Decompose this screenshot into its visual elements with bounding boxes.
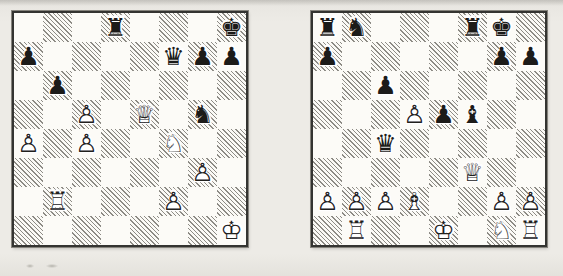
black-pawn-icon: ♟♟: [429, 100, 458, 129]
square-f7: ♛♛: [159, 42, 188, 71]
white-pawn-icon: ♟♙: [188, 158, 217, 187]
black-king-icon: ♚♚: [217, 13, 246, 42]
square-g8: [188, 13, 217, 42]
square-e8: [429, 13, 458, 42]
square-d4: [101, 129, 130, 158]
white-king-icon: ♚♔: [429, 216, 458, 245]
black-rook-icon: ♜♜: [458, 13, 487, 42]
square-a3: [14, 158, 43, 187]
square-c7: [371, 42, 400, 71]
square-e2: [429, 187, 458, 216]
black-pawn-icon: ♟♟: [516, 42, 545, 71]
page-top-shadow: [0, 0, 563, 6]
black-king-icon: ♚♚: [487, 13, 516, 42]
black-pawn-icon: ♟♟: [14, 42, 43, 71]
square-g7: ♟♟: [188, 42, 217, 71]
square-h2: [217, 187, 246, 216]
scan-artifact: [22, 261, 68, 270]
square-c5: ♟♙: [72, 100, 101, 129]
square-a5: [313, 100, 342, 129]
square-f4: ♞♘: [159, 129, 188, 158]
square-h5: [516, 100, 545, 129]
square-h7: ♟♟: [516, 42, 545, 71]
white-pawn-icon: ♟♙: [342, 187, 371, 216]
black-knight-icon: ♞♞: [342, 13, 371, 42]
square-h4: [516, 129, 545, 158]
square-f3: [159, 158, 188, 187]
square-b6: [342, 71, 371, 100]
square-b4: [342, 129, 371, 158]
square-e3: [130, 158, 159, 187]
square-g8: ♚♚: [487, 13, 516, 42]
square-h8: [516, 13, 545, 42]
square-f2: [458, 187, 487, 216]
chess-board-right: ♜♜♞♞♜♜♚♚♟♟♟♟♟♟♟♟♟♙♟♟♝♝♛♛♛♕♟♙♟♙♟♙♝♗♟♙♟♙♜♖…: [311, 11, 547, 247]
square-d5: [101, 100, 130, 129]
white-pawn-icon: ♟♙: [487, 187, 516, 216]
square-h1: ♜♖: [516, 216, 545, 245]
square-e3: [429, 158, 458, 187]
square-f5: [159, 100, 188, 129]
square-h3: [217, 158, 246, 187]
square-g1: [188, 216, 217, 245]
square-c4: ♟♙: [72, 129, 101, 158]
square-f2: ♟♙: [159, 187, 188, 216]
white-pawn-icon: ♟♙: [72, 129, 101, 158]
square-d4: [400, 129, 429, 158]
square-h7: ♟♟: [217, 42, 246, 71]
square-h6: [516, 71, 545, 100]
square-e6: [130, 71, 159, 100]
black-rook-icon: ♜♜: [101, 13, 130, 42]
square-a3: [313, 158, 342, 187]
square-h8: ♚♚: [217, 13, 246, 42]
black-rook-icon: ♜♜: [313, 13, 342, 42]
square-d6: [101, 71, 130, 100]
black-knight-icon: ♞♞: [188, 100, 217, 129]
square-f8: ♜♜: [458, 13, 487, 42]
square-e1: ♚♔: [429, 216, 458, 245]
square-d8: ♜♜: [101, 13, 130, 42]
square-d2: [101, 187, 130, 216]
square-b6: ♟♟: [43, 71, 72, 100]
square-e2: [130, 187, 159, 216]
square-b7: [43, 42, 72, 71]
square-g2: [188, 187, 217, 216]
square-a5: [14, 100, 43, 129]
square-g6: [487, 71, 516, 100]
white-king-icon: ♚♔: [217, 216, 246, 245]
square-a2: ♟♙: [313, 187, 342, 216]
square-b8: [43, 13, 72, 42]
white-rook-icon: ♜♖: [43, 187, 72, 216]
square-a1: [313, 216, 342, 245]
square-d2: ♝♗: [400, 187, 429, 216]
square-g5: ♞♞: [188, 100, 217, 129]
square-c2: [72, 187, 101, 216]
square-d7: [101, 42, 130, 71]
square-f3: ♛♕: [458, 158, 487, 187]
square-h6: [217, 71, 246, 100]
square-f6: [159, 71, 188, 100]
square-c6: ♟♟: [371, 71, 400, 100]
square-a4: [313, 129, 342, 158]
square-a1: [14, 216, 43, 245]
square-c1: [371, 216, 400, 245]
black-pawn-icon: ♟♟: [487, 42, 516, 71]
black-queen-icon: ♛♛: [159, 42, 188, 71]
square-d7: [400, 42, 429, 71]
chess-board-left: ♜♜♚♚♟♟♛♛♟♟♟♟♟♟♟♙♛♕♞♞♟♙♟♙♞♘♟♙♜♖♟♙♚♔: [12, 11, 248, 247]
black-pawn-icon: ♟♟: [371, 71, 400, 100]
square-d3: [400, 158, 429, 187]
square-h1: ♚♔: [217, 216, 246, 245]
square-g4: [487, 129, 516, 158]
square-d6: [400, 71, 429, 100]
square-a6: [313, 71, 342, 100]
black-pawn-icon: ♟♟: [313, 42, 342, 71]
square-b5: [342, 100, 371, 129]
square-g3: ♟♙: [188, 158, 217, 187]
square-g5: [487, 100, 516, 129]
square-h4: [217, 129, 246, 158]
square-c6: [72, 71, 101, 100]
square-g3: [487, 158, 516, 187]
square-g7: ♟♟: [487, 42, 516, 71]
square-e7: [130, 42, 159, 71]
square-a2: [14, 187, 43, 216]
white-pawn-icon: ♟♙: [159, 187, 188, 216]
white-pawn-icon: ♟♙: [400, 100, 429, 129]
square-b1: ♜♖: [342, 216, 371, 245]
square-b2: ♟♙: [342, 187, 371, 216]
square-b4: [43, 129, 72, 158]
square-g4: [188, 129, 217, 158]
square-c2: ♟♙: [371, 187, 400, 216]
square-f8: [159, 13, 188, 42]
black-bishop-icon: ♝♝: [458, 100, 487, 129]
square-b3: [43, 158, 72, 187]
white-rook-icon: ♜♖: [342, 216, 371, 245]
square-g6: [188, 71, 217, 100]
black-queen-icon: ♛♛: [371, 129, 400, 158]
square-a7: ♟♟: [313, 42, 342, 71]
square-a8: [14, 13, 43, 42]
white-pawn-icon: ♟♙: [516, 187, 545, 216]
square-a6: [14, 71, 43, 100]
square-a4: ♟♙: [14, 129, 43, 158]
white-pawn-icon: ♟♙: [72, 100, 101, 129]
square-c1: [72, 216, 101, 245]
square-d5: ♟♙: [400, 100, 429, 129]
square-d1: [101, 216, 130, 245]
square-e4: [429, 129, 458, 158]
square-a8: ♜♜: [313, 13, 342, 42]
white-queen-icon: ♛♕: [458, 158, 487, 187]
scanned-page: ♜♜♚♚♟♟♛♛♟♟♟♟♟♟♟♙♛♕♞♞♟♙♟♙♞♘♟♙♜♖♟♙♚♔ ♜♜♞♞♜…: [0, 0, 563, 276]
square-a7: ♟♟: [14, 42, 43, 71]
white-pawn-icon: ♟♙: [313, 187, 342, 216]
square-g2: ♟♙: [487, 187, 516, 216]
white-queen-icon: ♛♕: [130, 100, 159, 129]
square-e5: ♛♕: [130, 100, 159, 129]
square-f7: [458, 42, 487, 71]
square-b1: [43, 216, 72, 245]
square-c5: [371, 100, 400, 129]
square-f6: [458, 71, 487, 100]
black-pawn-icon: ♟♟: [43, 71, 72, 100]
square-d1: [400, 216, 429, 245]
white-bishop-icon: ♝♗: [400, 187, 429, 216]
square-b5: [43, 100, 72, 129]
square-c3: [72, 158, 101, 187]
square-f1: [458, 216, 487, 245]
square-h2: ♟♙: [516, 187, 545, 216]
square-c8: [72, 13, 101, 42]
white-rook-icon: ♜♖: [516, 216, 545, 245]
square-h3: [516, 158, 545, 187]
square-e4: [130, 129, 159, 158]
square-f4: [458, 129, 487, 158]
square-e1: [130, 216, 159, 245]
black-pawn-icon: ♟♟: [217, 42, 246, 71]
square-d3: [101, 158, 130, 187]
square-b8: ♞♞: [342, 13, 371, 42]
square-h5: [217, 100, 246, 129]
square-b2: ♜♖: [43, 187, 72, 216]
square-d8: [400, 13, 429, 42]
square-c3: [371, 158, 400, 187]
square-e5: ♟♟: [429, 100, 458, 129]
square-b7: [342, 42, 371, 71]
square-g1: ♞♘: [487, 216, 516, 245]
square-f1: [159, 216, 188, 245]
square-c8: [371, 13, 400, 42]
square-c4: ♛♛: [371, 129, 400, 158]
white-knight-icon: ♞♘: [487, 216, 516, 245]
white-pawn-icon: ♟♙: [14, 129, 43, 158]
square-e6: [429, 71, 458, 100]
square-c7: [72, 42, 101, 71]
square-f5: ♝♝: [458, 100, 487, 129]
black-pawn-icon: ♟♟: [188, 42, 217, 71]
square-e7: [429, 42, 458, 71]
white-pawn-icon: ♟♙: [371, 187, 400, 216]
square-e8: [130, 13, 159, 42]
square-b3: [342, 158, 371, 187]
white-knight-icon: ♞♘: [159, 129, 188, 158]
